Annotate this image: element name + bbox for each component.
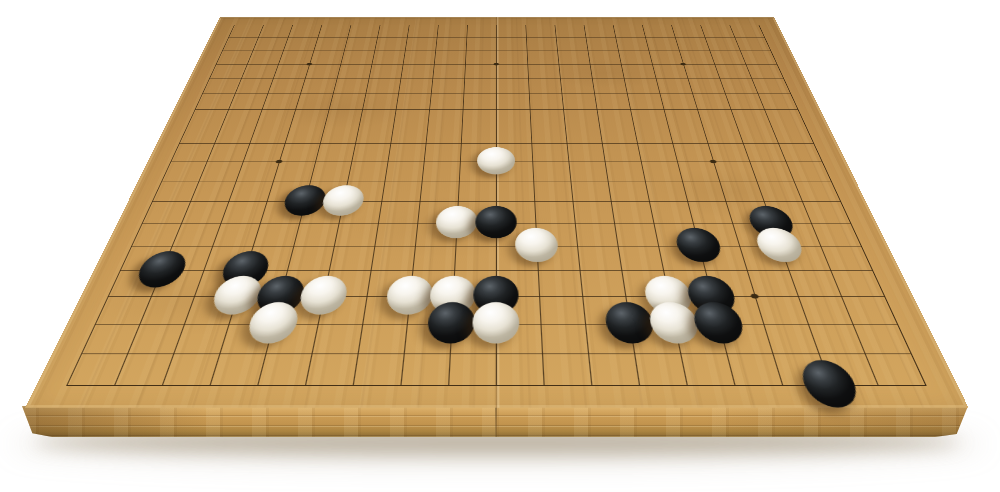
go-board-photo [0,0,1000,492]
go-board [25,17,968,407]
fold-seam-front [495,406,497,437]
black-stone [475,206,517,238]
white-stone [477,147,516,174]
star-point [709,160,716,163]
star-point [493,63,498,65]
star-point [750,294,759,299]
star-point [680,63,686,65]
board-front-edge [22,406,968,437]
